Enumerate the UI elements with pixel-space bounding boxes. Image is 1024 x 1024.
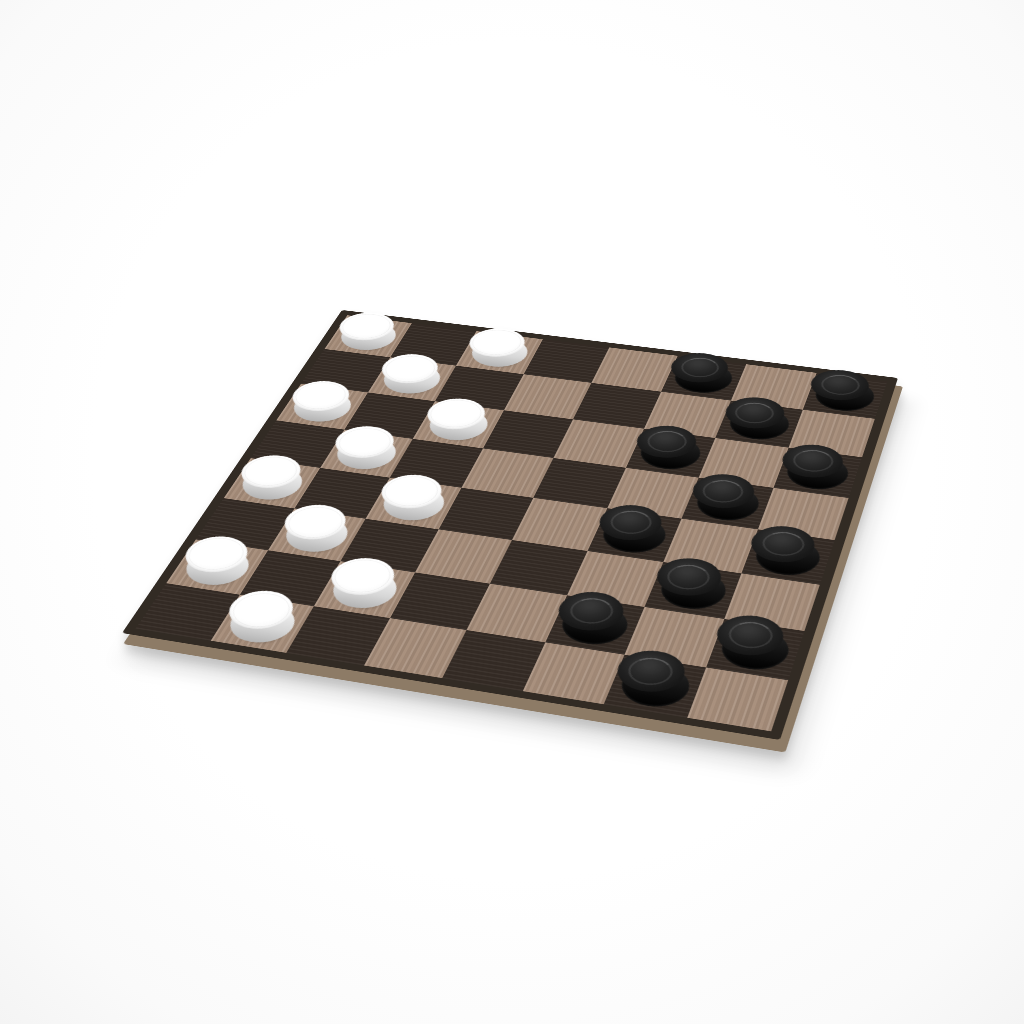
white-checker[interactable] xyxy=(234,463,311,503)
white-checker[interactable] xyxy=(376,361,447,396)
black-checker[interactable] xyxy=(614,661,696,712)
white-checker[interactable] xyxy=(177,545,258,589)
black-checker[interactable] xyxy=(811,377,879,414)
white-checker[interactable] xyxy=(221,600,304,647)
black-checker[interactable] xyxy=(635,433,707,472)
black-checker[interactable] xyxy=(555,601,635,648)
black-checker[interactable] xyxy=(654,567,731,613)
white-checker[interactable] xyxy=(465,335,534,369)
white-checker[interactable] xyxy=(324,567,404,612)
board-perspective-wrap xyxy=(0,0,1024,1024)
white-checker[interactable] xyxy=(286,388,359,424)
black-checker[interactable] xyxy=(597,513,672,556)
black-checker[interactable] xyxy=(750,535,825,579)
white-checker[interactable] xyxy=(277,513,356,555)
photo-background xyxy=(0,0,1024,1024)
black-checker[interactable] xyxy=(724,405,794,443)
white-checker[interactable] xyxy=(333,319,402,352)
black-checker[interactable] xyxy=(691,482,764,523)
black-checker[interactable] xyxy=(716,625,795,674)
black-checker[interactable] xyxy=(669,360,737,396)
white-checker[interactable] xyxy=(422,406,494,443)
checkers-board xyxy=(122,310,898,740)
white-checker[interactable] xyxy=(329,434,404,473)
white-checker[interactable] xyxy=(375,483,451,524)
black-checker[interactable] xyxy=(782,452,853,492)
